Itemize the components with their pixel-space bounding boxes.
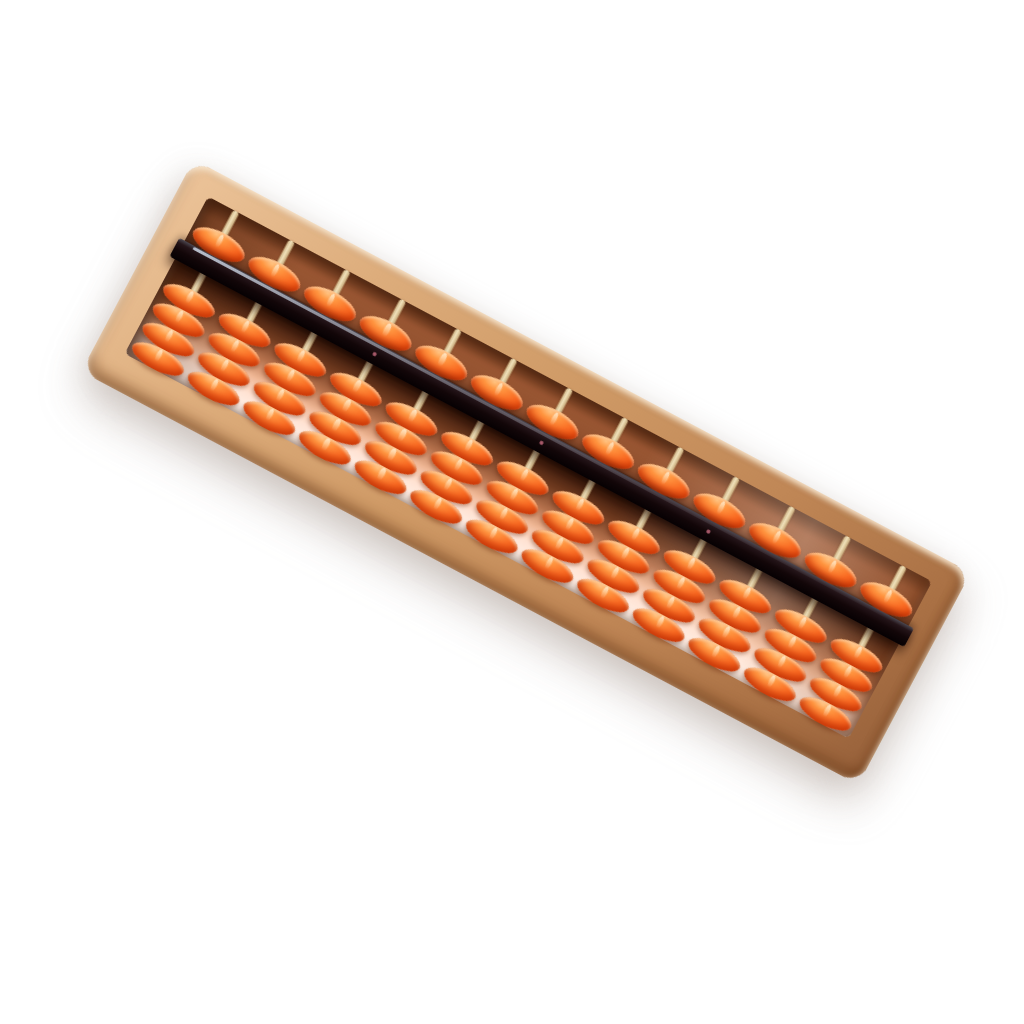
beam-unit-dot <box>372 351 377 356</box>
beam-unit-dot <box>539 440 544 445</box>
soroban-abacus <box>81 159 971 784</box>
photo-background <box>0 0 1024 1024</box>
board-surface <box>125 197 933 739</box>
beam-unit-dot <box>706 529 711 534</box>
rods-layer <box>208 197 932 582</box>
